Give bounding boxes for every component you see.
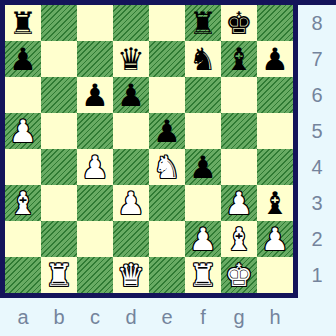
rank-label-5: 5	[298, 113, 336, 149]
square-f4[interactable]: ♟	[185, 149, 221, 185]
white-pawn-icon: ♟	[225, 185, 253, 221]
square-h4[interactable]	[257, 149, 293, 185]
file-label-e: e	[149, 298, 185, 336]
black-bishop-icon: ♝	[225, 41, 253, 77]
rank-label-2: 2	[298, 221, 336, 257]
black-pawn-icon: ♟	[189, 149, 217, 185]
rank-label-8: 8	[298, 5, 336, 41]
square-a8[interactable]: ♜	[5, 5, 41, 41]
square-a4[interactable]	[5, 149, 41, 185]
black-pawn-icon: ♟	[81, 77, 109, 113]
square-a7[interactable]: ♟	[5, 41, 41, 77]
square-e6[interactable]	[149, 77, 185, 113]
white-knight-icon: ♞	[153, 149, 181, 185]
square-b6[interactable]	[41, 77, 77, 113]
square-b1[interactable]: ♜	[41, 257, 77, 293]
file-label-d: d	[113, 298, 149, 336]
square-e2[interactable]	[149, 221, 185, 257]
square-g4[interactable]	[221, 149, 257, 185]
white-king-icon: ♚	[225, 257, 253, 293]
square-f3[interactable]	[185, 185, 221, 221]
square-g8[interactable]: ♚	[221, 5, 257, 41]
black-rook-icon: ♜	[9, 5, 37, 41]
square-a2[interactable]	[5, 221, 41, 257]
black-rook-icon: ♜	[189, 5, 217, 41]
square-f2[interactable]: ♟	[185, 221, 221, 257]
square-g5[interactable]	[221, 113, 257, 149]
square-h1[interactable]	[257, 257, 293, 293]
square-f5[interactable]	[185, 113, 221, 149]
square-h7[interactable]: ♟	[257, 41, 293, 77]
rank-label-7: 7	[298, 41, 336, 77]
square-b2[interactable]	[41, 221, 77, 257]
square-h5[interactable]	[257, 113, 293, 149]
square-d6[interactable]: ♟	[113, 77, 149, 113]
black-pawn-icon: ♟	[117, 77, 145, 113]
board-frame: ♜♜♚♟♛♞♝♟♟♟♟♟♟♞♟♝♟♟♝♟♝♟♜♛♜♚	[0, 0, 298, 298]
square-e4[interactable]: ♞	[149, 149, 185, 185]
square-b7[interactable]	[41, 41, 77, 77]
square-c6[interactable]: ♟	[77, 77, 113, 113]
file-label-f: f	[185, 298, 221, 336]
square-g1[interactable]: ♚	[221, 257, 257, 293]
white-pawn-icon: ♟	[189, 221, 217, 257]
square-d8[interactable]	[113, 5, 149, 41]
rank-label-1: 1	[298, 257, 336, 293]
file-label-h: h	[257, 298, 293, 336]
square-h3[interactable]: ♝	[257, 185, 293, 221]
square-c7[interactable]	[77, 41, 113, 77]
square-e7[interactable]	[149, 41, 185, 77]
square-c5[interactable]	[77, 113, 113, 149]
square-d4[interactable]	[113, 149, 149, 185]
white-bishop-icon: ♝	[9, 185, 37, 221]
white-queen-icon: ♛	[117, 257, 145, 293]
square-h6[interactable]	[257, 77, 293, 113]
board: ♜♜♚♟♛♞♝♟♟♟♟♟♟♞♟♝♟♟♝♟♝♟♜♛♜♚	[5, 5, 293, 293]
square-d2[interactable]	[113, 221, 149, 257]
square-g2[interactable]: ♝	[221, 221, 257, 257]
square-d3[interactable]: ♟	[113, 185, 149, 221]
white-pawn-icon: ♟	[261, 221, 289, 257]
rank-label-3: 3	[298, 185, 336, 221]
file-label-c: c	[77, 298, 113, 336]
square-e3[interactable]	[149, 185, 185, 221]
square-a6[interactable]	[5, 77, 41, 113]
square-d7[interactable]: ♛	[113, 41, 149, 77]
black-pawn-icon: ♟	[9, 41, 37, 77]
square-b4[interactable]	[41, 149, 77, 185]
black-pawn-icon: ♟	[153, 113, 181, 149]
black-bishop-icon: ♝	[261, 185, 289, 221]
square-e8[interactable]	[149, 5, 185, 41]
white-rook-icon: ♜	[189, 257, 217, 293]
rank-label-6: 6	[298, 77, 336, 113]
square-e5[interactable]: ♟	[149, 113, 185, 149]
rank-label-4: 4	[298, 149, 336, 185]
square-g6[interactable]	[221, 77, 257, 113]
file-label-b: b	[41, 298, 77, 336]
square-b3[interactable]	[41, 185, 77, 221]
white-pawn-icon: ♟	[117, 185, 145, 221]
file-label-g: g	[221, 298, 257, 336]
rank-labels: 87654321	[298, 5, 336, 293]
square-e1[interactable]	[149, 257, 185, 293]
white-pawn-icon: ♟	[81, 149, 109, 185]
square-d1[interactable]: ♛	[113, 257, 149, 293]
white-pawn-icon: ♟	[9, 113, 37, 149]
square-c8[interactable]	[77, 5, 113, 41]
black-knight-icon: ♞	[189, 41, 217, 77]
square-c1[interactable]	[77, 257, 113, 293]
white-bishop-icon: ♝	[225, 221, 253, 257]
square-g3[interactable]: ♟	[221, 185, 257, 221]
file-label-a: a	[5, 298, 41, 336]
square-h2[interactable]: ♟	[257, 221, 293, 257]
black-pawn-icon: ♟	[261, 41, 289, 77]
square-c3[interactable]	[77, 185, 113, 221]
square-b5[interactable]	[41, 113, 77, 149]
square-f6[interactable]	[185, 77, 221, 113]
square-f8[interactable]: ♜	[185, 5, 221, 41]
square-f7[interactable]: ♞	[185, 41, 221, 77]
black-king-icon: ♚	[225, 5, 253, 41]
square-h8[interactable]	[257, 5, 293, 41]
square-f1[interactable]: ♜	[185, 257, 221, 293]
square-c4[interactable]: ♟	[77, 149, 113, 185]
file-labels: abcdefgh	[5, 298, 293, 336]
square-a5[interactable]: ♟	[5, 113, 41, 149]
square-c2[interactable]	[77, 221, 113, 257]
square-d5[interactable]	[113, 113, 149, 149]
square-a1[interactable]	[5, 257, 41, 293]
black-queen-icon: ♛	[117, 41, 145, 77]
square-a3[interactable]: ♝	[5, 185, 41, 221]
square-g7[interactable]: ♝	[221, 41, 257, 77]
white-rook-icon: ♜	[45, 257, 73, 293]
square-b8[interactable]	[41, 5, 77, 41]
